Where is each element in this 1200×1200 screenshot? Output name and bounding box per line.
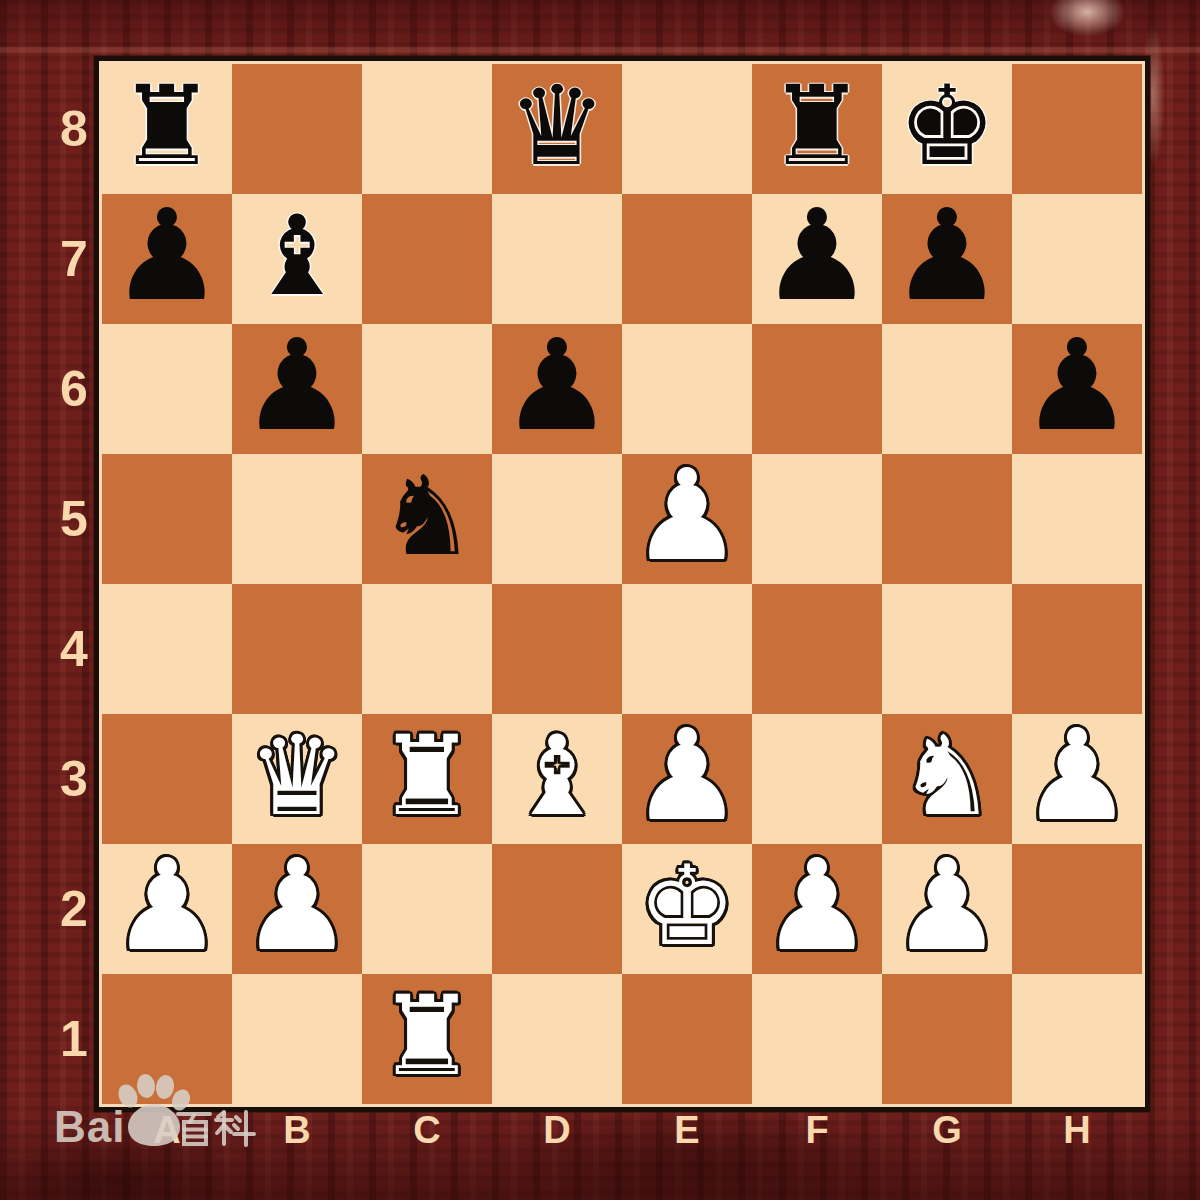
square-f3	[752, 714, 882, 844]
piece-black-pawn-d6: ♟	[501, 323, 614, 449]
square-f7: ♟	[752, 194, 882, 324]
square-d6: ♟	[492, 324, 622, 454]
square-d8: ♛	[492, 64, 622, 194]
square-b6: ♟	[232, 324, 362, 454]
file-label-h: H	[1012, 1110, 1142, 1150]
square-c2	[362, 844, 492, 974]
chess-board: ♜♛♜♚♟♝♟♟♟♟♟♞♟♛♜♝♟♞♟♟♟♚♟♟♜	[102, 64, 1142, 1104]
square-a1	[102, 974, 232, 1104]
rank-label-6: 6	[52, 324, 96, 454]
piece-white-pawn-g2: ♟	[891, 843, 1004, 969]
square-a5	[102, 454, 232, 584]
square-g2: ♟	[882, 844, 1012, 974]
square-b1	[232, 974, 362, 1104]
file-label-b: B	[232, 1110, 362, 1150]
square-d7	[492, 194, 622, 324]
square-b7: ♝	[232, 194, 362, 324]
square-a6	[102, 324, 232, 454]
piece-black-rook-f8: ♜	[768, 71, 867, 181]
square-g7: ♟	[882, 194, 1012, 324]
piece-white-pawn-e3: ♟	[631, 713, 744, 839]
square-f1	[752, 974, 882, 1104]
piece-white-pawn-h3: ♟	[1021, 713, 1134, 839]
piece-white-pawn-b2: ♟	[241, 843, 354, 969]
square-e1	[622, 974, 752, 1104]
piece-white-rook-c3: ♜	[378, 721, 477, 831]
square-c8	[362, 64, 492, 194]
piece-black-pawn-b6: ♟	[241, 323, 354, 449]
square-c5: ♞	[362, 454, 492, 584]
square-a8: ♜	[102, 64, 232, 194]
chess-board-frame: ♜♛♜♚♟♝♟♟♟♟♟♞♟♛♜♝♟♞♟♟♟♚♟♟♜	[94, 56, 1150, 1112]
piece-white-bishop-d3: ♝	[508, 721, 607, 831]
square-c6	[362, 324, 492, 454]
piece-black-bishop-b7: ♝	[248, 201, 347, 311]
rank-label-7: 7	[52, 194, 96, 324]
square-b5	[232, 454, 362, 584]
piece-white-rook-c1: ♜	[378, 981, 477, 1091]
square-h1	[1012, 974, 1142, 1104]
square-e6	[622, 324, 752, 454]
piece-black-king-g8: ♚	[898, 71, 997, 181]
square-b4	[232, 584, 362, 714]
rank-label-3: 3	[52, 714, 96, 844]
square-c3: ♜	[362, 714, 492, 844]
piece-white-pawn-f2: ♟	[761, 843, 874, 969]
square-h4	[1012, 584, 1142, 714]
square-h8	[1012, 64, 1142, 194]
square-g1	[882, 974, 1012, 1104]
square-d2	[492, 844, 622, 974]
piece-black-rook-a8: ♜	[118, 71, 217, 181]
piece-black-pawn-f7: ♟	[761, 193, 874, 319]
square-d5	[492, 454, 622, 584]
file-label-a: A	[102, 1110, 232, 1150]
square-a4	[102, 584, 232, 714]
square-e2: ♚	[622, 844, 752, 974]
piece-black-pawn-h6: ♟	[1021, 323, 1134, 449]
square-f4	[752, 584, 882, 714]
square-e7	[622, 194, 752, 324]
square-h3: ♟	[1012, 714, 1142, 844]
rank-label-1: 1	[52, 974, 96, 1104]
piece-white-queen-b3: ♛	[248, 721, 347, 831]
screenshot-root: { "game": { "name": "chess", "kind": "po…	[0, 0, 1200, 1200]
square-c7	[362, 194, 492, 324]
square-f2: ♟	[752, 844, 882, 974]
square-e3: ♟	[622, 714, 752, 844]
piece-black-pawn-g7: ♟	[891, 193, 1004, 319]
square-a3	[102, 714, 232, 844]
square-b8	[232, 64, 362, 194]
rank-label-4: 4	[52, 584, 96, 714]
square-e8	[622, 64, 752, 194]
square-g3: ♞	[882, 714, 1012, 844]
square-g5	[882, 454, 1012, 584]
piece-black-pawn-a7: ♟	[111, 193, 224, 319]
square-h5	[1012, 454, 1142, 584]
piece-white-pawn-e5: ♟	[631, 453, 744, 579]
piece-white-king-e2: ♚	[638, 851, 737, 961]
piece-white-knight-g3: ♞	[898, 721, 997, 831]
square-a7: ♟	[102, 194, 232, 324]
square-b3: ♛	[232, 714, 362, 844]
square-f8: ♜	[752, 64, 882, 194]
square-f5	[752, 454, 882, 584]
piece-white-pawn-a2: ♟	[111, 843, 224, 969]
square-c4	[362, 584, 492, 714]
rank-label-5: 5	[52, 454, 96, 584]
file-label-e: E	[622, 1110, 752, 1150]
square-c1: ♜	[362, 974, 492, 1104]
square-h6: ♟	[1012, 324, 1142, 454]
square-e4	[622, 584, 752, 714]
file-label-d: D	[492, 1110, 622, 1150]
square-d3: ♝	[492, 714, 622, 844]
square-f6	[752, 324, 882, 454]
file-label-c: C	[362, 1110, 492, 1150]
piece-black-queen-d8: ♛	[508, 71, 607, 181]
square-h7	[1012, 194, 1142, 324]
square-e5: ♟	[622, 454, 752, 584]
file-label-g: G	[882, 1110, 1012, 1150]
piece-black-knight-c5: ♞	[378, 461, 477, 571]
square-d1	[492, 974, 622, 1104]
square-b2: ♟	[232, 844, 362, 974]
file-label-f: F	[752, 1110, 882, 1150]
square-a2: ♟	[102, 844, 232, 974]
rank-label-8: 8	[52, 64, 96, 194]
rank-label-2: 2	[52, 844, 96, 974]
square-h2	[1012, 844, 1142, 974]
square-g4	[882, 584, 1012, 714]
square-g6	[882, 324, 1012, 454]
square-d4	[492, 584, 622, 714]
square-g8: ♚	[882, 64, 1012, 194]
